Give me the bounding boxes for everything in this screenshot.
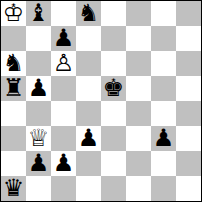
square-e1 — [101, 176, 126, 201]
square-d8: ♞ — [76, 1, 101, 26]
black-rook: ♜ — [3, 76, 25, 101]
square-b8: ♝ — [26, 1, 51, 26]
square-b5: ♟ — [26, 76, 51, 101]
black-knight: ♞ — [3, 51, 25, 76]
square-a2 — [1, 151, 26, 176]
white-queen: ♕ — [28, 126, 50, 151]
chess-board: ♔♝♞♟♞♙♜♟♚♕♟♟♟♟♛ — [0, 0, 202, 202]
black-pawn: ♟ — [53, 151, 75, 176]
square-g1 — [151, 176, 176, 201]
square-a8: ♔ — [1, 1, 26, 26]
square-d7 — [76, 26, 101, 51]
black-pawn: ♟ — [28, 151, 50, 176]
square-a1: ♛ — [1, 176, 26, 201]
square-f2 — [126, 151, 151, 176]
square-a5: ♜ — [1, 76, 26, 101]
square-f5 — [126, 76, 151, 101]
square-b6 — [26, 51, 51, 76]
black-knight: ♞ — [78, 1, 100, 26]
square-a4 — [1, 101, 26, 126]
square-g3: ♟ — [151, 126, 176, 151]
square-g2 — [151, 151, 176, 176]
square-f4 — [126, 101, 151, 126]
square-c5 — [51, 76, 76, 101]
black-pawn: ♟ — [78, 126, 100, 151]
white-king: ♔ — [3, 1, 25, 26]
square-d2 — [76, 151, 101, 176]
square-h5 — [176, 76, 201, 101]
square-g5 — [151, 76, 176, 101]
square-f8 — [126, 1, 151, 26]
square-h3 — [176, 126, 201, 151]
square-b4 — [26, 101, 51, 126]
square-c2: ♟ — [51, 151, 76, 176]
square-e2 — [101, 151, 126, 176]
square-b1 — [26, 176, 51, 201]
white-pawn: ♙ — [53, 51, 75, 76]
square-b7 — [26, 26, 51, 51]
black-bishop: ♝ — [28, 1, 50, 26]
square-e6 — [101, 51, 126, 76]
square-d5 — [76, 76, 101, 101]
square-e7 — [101, 26, 126, 51]
square-e3 — [101, 126, 126, 151]
square-a6: ♞ — [1, 51, 26, 76]
black-queen: ♛ — [3, 176, 25, 201]
square-e5: ♚ — [101, 76, 126, 101]
square-c3 — [51, 126, 76, 151]
square-a7 — [1, 26, 26, 51]
square-h1 — [176, 176, 201, 201]
square-c6: ♙ — [51, 51, 76, 76]
square-c1 — [51, 176, 76, 201]
black-king: ♚ — [103, 76, 125, 101]
square-e8 — [101, 1, 126, 26]
square-c8 — [51, 1, 76, 26]
square-f3 — [126, 126, 151, 151]
square-g4 — [151, 101, 176, 126]
square-b2: ♟ — [26, 151, 51, 176]
square-d3: ♟ — [76, 126, 101, 151]
chess-diagram: ♔♝♞♟♞♙♜♟♚♕♟♟♟♟♛ — [0, 0, 202, 202]
square-h4 — [176, 101, 201, 126]
square-d4 — [76, 101, 101, 126]
square-h6 — [176, 51, 201, 76]
square-a3 — [1, 126, 26, 151]
square-e4 — [101, 101, 126, 126]
square-f6 — [126, 51, 151, 76]
square-b3: ♕ — [26, 126, 51, 151]
square-h8 — [176, 1, 201, 26]
square-d6 — [76, 51, 101, 76]
square-g7 — [151, 26, 176, 51]
black-pawn: ♟ — [53, 26, 75, 51]
square-f7 — [126, 26, 151, 51]
black-pawn: ♟ — [153, 126, 175, 151]
square-g8 — [151, 1, 176, 26]
square-f1 — [126, 176, 151, 201]
square-c7: ♟ — [51, 26, 76, 51]
square-g6 — [151, 51, 176, 76]
square-c4 — [51, 101, 76, 126]
black-pawn: ♟ — [28, 76, 50, 101]
square-h2 — [176, 151, 201, 176]
square-d1 — [76, 176, 101, 201]
square-h7 — [176, 26, 201, 51]
